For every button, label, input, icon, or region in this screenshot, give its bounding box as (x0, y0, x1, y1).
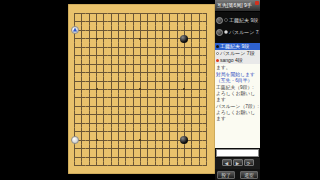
board-cell[interactable] (130, 34, 137, 42)
board-cell[interactable] (78, 77, 85, 85)
board-cell[interactable] (188, 94, 195, 102)
board-cell[interactable] (181, 77, 188, 85)
board-cell[interactable] (144, 111, 151, 119)
board-cell[interactable] (195, 26, 202, 34)
board-cell[interactable] (130, 153, 137, 161)
board-cell[interactable] (78, 85, 85, 93)
board-cell[interactable] (115, 43, 122, 51)
board-cell[interactable] (93, 119, 100, 127)
board-cell[interactable] (86, 26, 93, 34)
board-cell[interactable] (100, 94, 107, 102)
board-cell[interactable] (71, 34, 78, 42)
board-cell[interactable] (144, 77, 151, 85)
board-cell[interactable] (86, 128, 93, 136)
board-cell[interactable] (130, 85, 137, 93)
board-cell[interactable] (122, 9, 129, 17)
board-cell[interactable] (122, 51, 129, 59)
board-cell[interactable] (166, 153, 173, 161)
board-cell[interactable] (188, 119, 195, 127)
board-cell[interactable] (181, 51, 188, 59)
board-cell[interactable] (151, 85, 158, 93)
board-cell[interactable] (151, 60, 158, 68)
board-cell[interactable] (173, 94, 180, 102)
board-cell[interactable] (173, 9, 180, 17)
board-cell[interactable] (93, 68, 100, 76)
board-cell[interactable] (144, 51, 151, 59)
board-cell[interactable] (93, 60, 100, 68)
board-cell[interactable] (188, 162, 195, 170)
board-cell[interactable] (71, 136, 78, 144)
board-cell[interactable] (151, 17, 158, 25)
board-cell[interactable] (108, 60, 115, 68)
board-cell[interactable] (151, 77, 158, 85)
board-cell[interactable] (159, 119, 166, 127)
board-cell[interactable] (78, 51, 85, 59)
board-cell[interactable] (195, 145, 202, 153)
board-cell[interactable] (86, 17, 93, 25)
board-cell[interactable] (130, 26, 137, 34)
board-cell[interactable] (166, 34, 173, 42)
board-cell[interactable] (122, 85, 129, 93)
board-cell[interactable] (181, 94, 188, 102)
board-cell[interactable] (137, 43, 144, 51)
board-cell[interactable] (188, 9, 195, 17)
board-cell[interactable] (122, 136, 129, 144)
board-cell[interactable] (130, 77, 137, 85)
board-cell[interactable] (144, 26, 151, 34)
board-cell[interactable] (181, 34, 188, 42)
board-cell[interactable] (144, 17, 151, 25)
board-cell[interactable] (86, 102, 93, 110)
board-cell[interactable] (108, 26, 115, 34)
board-cell[interactable] (115, 162, 122, 170)
board-cell[interactable] (71, 119, 78, 127)
board-cell[interactable] (71, 102, 78, 110)
board-cell[interactable] (108, 153, 115, 161)
board-cell[interactable] (181, 119, 188, 127)
board-cell[interactable] (181, 26, 188, 34)
board-cell[interactable] (195, 68, 202, 76)
board-cell[interactable] (130, 162, 137, 170)
board-cell[interactable] (130, 94, 137, 102)
board-cell[interactable] (181, 136, 188, 144)
board-cell[interactable] (93, 162, 100, 170)
board-cell[interactable] (188, 51, 195, 59)
board-cell[interactable] (203, 128, 210, 136)
board-cell[interactable] (151, 34, 158, 42)
board-cell[interactable] (181, 145, 188, 153)
board-cell[interactable] (173, 162, 180, 170)
board-cell[interactable] (122, 60, 129, 68)
board-cell[interactable] (78, 153, 85, 161)
board-cell[interactable] (130, 119, 137, 127)
board-cell[interactable] (144, 34, 151, 42)
board-cell[interactable] (115, 128, 122, 136)
board-cell[interactable] (195, 102, 202, 110)
board-cell[interactable] (122, 17, 129, 25)
board-cell[interactable] (71, 17, 78, 25)
board-cell[interactable] (115, 34, 122, 42)
board-cell[interactable] (100, 102, 107, 110)
user-list-item[interactable]: パスルーン 7段 (215, 50, 260, 57)
board-cell[interactable] (86, 9, 93, 17)
board-cell[interactable] (137, 102, 144, 110)
board-cell[interactable] (86, 51, 93, 59)
board-cell[interactable] (86, 60, 93, 68)
board-cell[interactable] (166, 162, 173, 170)
board-cell[interactable] (159, 68, 166, 76)
board-cell[interactable] (115, 85, 122, 93)
board-cell[interactable] (159, 51, 166, 59)
board-cell[interactable] (203, 111, 210, 119)
board-cell[interactable] (203, 85, 210, 93)
board-cell[interactable] (195, 43, 202, 51)
board-cell[interactable] (86, 119, 93, 127)
board-cell[interactable] (78, 17, 85, 25)
board-cell[interactable] (195, 60, 202, 68)
board-cell[interactable] (203, 60, 210, 68)
board-cell[interactable] (130, 111, 137, 119)
board-cell[interactable] (188, 136, 195, 144)
board-cell[interactable] (188, 153, 195, 161)
board-cell[interactable] (195, 85, 202, 93)
board-cell[interactable] (86, 34, 93, 42)
board-cell[interactable] (159, 128, 166, 136)
board-cell[interactable] (108, 43, 115, 51)
board-cell[interactable] (144, 85, 151, 93)
board-cell[interactable] (188, 102, 195, 110)
board-cell[interactable] (137, 77, 144, 85)
board-cell[interactable] (78, 9, 85, 17)
board-cell[interactable] (203, 26, 210, 34)
board-cell[interactable] (122, 119, 129, 127)
board-cell[interactable] (144, 68, 151, 76)
board-cell[interactable] (108, 9, 115, 17)
board-cell[interactable] (93, 26, 100, 34)
board-cell[interactable] (166, 43, 173, 51)
board-cell[interactable] (181, 162, 188, 170)
board-cell[interactable] (181, 153, 188, 161)
board-cell[interactable] (71, 68, 78, 76)
board-cell[interactable] (137, 68, 144, 76)
board-cell[interactable] (115, 9, 122, 17)
board-cell[interactable] (108, 119, 115, 127)
board-cell[interactable] (78, 111, 85, 119)
board-cell[interactable] (122, 102, 129, 110)
board-cell[interactable] (203, 34, 210, 42)
board-cell[interactable] (195, 94, 202, 102)
board-cell[interactable] (173, 128, 180, 136)
board-cell[interactable] (115, 145, 122, 153)
board-cell[interactable] (181, 9, 188, 17)
board-cell[interactable] (195, 111, 202, 119)
board-cell[interactable] (181, 128, 188, 136)
board-cell[interactable] (188, 145, 195, 153)
board-cell[interactable] (159, 102, 166, 110)
board-cell[interactable] (100, 119, 107, 127)
board-cell[interactable] (108, 145, 115, 153)
board-cell[interactable] (195, 128, 202, 136)
board-cell[interactable] (166, 145, 173, 153)
board-cell[interactable] (115, 51, 122, 59)
board-cell[interactable] (86, 145, 93, 153)
board-cell[interactable] (151, 153, 158, 161)
user-list-item[interactable]: sango 4段 (215, 57, 260, 64)
board-cell[interactable] (173, 119, 180, 127)
board-cell[interactable] (93, 94, 100, 102)
board-cell[interactable] (86, 94, 93, 102)
board-cell[interactable] (115, 102, 122, 110)
board-cell[interactable] (151, 102, 158, 110)
board-cell[interactable] (159, 60, 166, 68)
board-cell[interactable] (93, 153, 100, 161)
board-cell[interactable] (130, 17, 137, 25)
board-cell[interactable] (115, 26, 122, 34)
board-cell[interactable] (203, 153, 210, 161)
board-cell[interactable] (86, 136, 93, 144)
board-cell[interactable] (108, 17, 115, 25)
board-cell[interactable] (100, 17, 107, 25)
board-cell[interactable] (195, 119, 202, 127)
board-cell[interactable] (137, 128, 144, 136)
board-cell[interactable] (78, 162, 85, 170)
board-cell[interactable] (93, 102, 100, 110)
board-cell[interactable] (115, 119, 122, 127)
board-cell[interactable] (159, 85, 166, 93)
board-cell[interactable] (115, 94, 122, 102)
board-cell[interactable] (86, 43, 93, 51)
board-cell[interactable] (144, 162, 151, 170)
board-cell[interactable] (86, 162, 93, 170)
board-cell[interactable] (188, 111, 195, 119)
board-cell[interactable] (173, 111, 180, 119)
user-list-item[interactable]: 工藤紀夫 9段 (215, 43, 260, 50)
board-cell[interactable] (173, 85, 180, 93)
board-cell[interactable] (173, 102, 180, 110)
board-cell[interactable] (144, 145, 151, 153)
board-cell[interactable] (122, 128, 129, 136)
board-cell[interactable] (78, 102, 85, 110)
board-cell[interactable] (159, 136, 166, 144)
board-cell[interactable] (108, 111, 115, 119)
board-cell[interactable] (195, 136, 202, 144)
board-cell[interactable] (181, 111, 188, 119)
board-cell[interactable] (159, 111, 166, 119)
board-cell[interactable] (78, 119, 85, 127)
board-cell[interactable] (203, 162, 210, 170)
board-cell[interactable] (100, 43, 107, 51)
board-cell[interactable] (86, 77, 93, 85)
board-cell[interactable] (93, 9, 100, 17)
board-cell[interactable] (78, 60, 85, 68)
board-cell[interactable] (78, 34, 85, 42)
board-cell[interactable] (151, 111, 158, 119)
board-cell[interactable] (173, 77, 180, 85)
board-cell[interactable] (115, 153, 122, 161)
board-cell[interactable] (130, 51, 137, 59)
board-cell[interactable] (115, 136, 122, 144)
board-cell[interactable] (122, 162, 129, 170)
board-cell[interactable] (181, 60, 188, 68)
board-cell[interactable] (93, 111, 100, 119)
board-cell[interactable] (144, 9, 151, 17)
board-cell[interactable] (100, 77, 107, 85)
board-cell[interactable] (93, 145, 100, 153)
board-cell[interactable] (166, 77, 173, 85)
board-cell[interactable] (151, 128, 158, 136)
board-cell[interactable] (86, 85, 93, 93)
board-cell[interactable] (100, 85, 107, 93)
board-cell[interactable] (159, 162, 166, 170)
board-cell[interactable] (78, 136, 85, 144)
board-cell[interactable] (93, 43, 100, 51)
board-cell[interactable] (100, 9, 107, 17)
board-cell[interactable] (188, 43, 195, 51)
board-cell[interactable] (137, 9, 144, 17)
tool-button-0[interactable]: ◀ (222, 159, 232, 166)
board-cell[interactable] (71, 153, 78, 161)
board-cell[interactable] (144, 128, 151, 136)
board-cell[interactable] (93, 51, 100, 59)
board-cell[interactable] (86, 111, 93, 119)
chat-input[interactable] (216, 149, 259, 157)
board-cell[interactable] (108, 85, 115, 93)
board-cell[interactable] (203, 94, 210, 102)
board-cell[interactable] (115, 60, 122, 68)
board-cell[interactable] (151, 94, 158, 102)
board-cell[interactable] (78, 128, 85, 136)
board-cell[interactable] (86, 153, 93, 161)
board-cell[interactable] (159, 145, 166, 153)
board-cell[interactable] (137, 153, 144, 161)
board-cell[interactable] (151, 43, 158, 51)
board-cell[interactable] (166, 128, 173, 136)
board-cell[interactable] (159, 153, 166, 161)
board-cell[interactable] (188, 34, 195, 42)
board-cell[interactable] (122, 94, 129, 102)
board-cell[interactable] (203, 102, 210, 110)
board-cell[interactable] (144, 136, 151, 144)
board-cell[interactable] (188, 68, 195, 76)
board-cell[interactable] (137, 94, 144, 102)
board-cell[interactable] (144, 60, 151, 68)
board-cell[interactable] (151, 119, 158, 127)
board-cell[interactable] (188, 77, 195, 85)
board-cell[interactable] (71, 85, 78, 93)
board-cell[interactable] (100, 136, 107, 144)
board-cell[interactable] (108, 162, 115, 170)
board-cell[interactable] (181, 85, 188, 93)
board-cell[interactable] (71, 51, 78, 59)
board-cell[interactable] (144, 94, 151, 102)
board-cell[interactable] (137, 60, 144, 68)
board-cell[interactable] (137, 34, 144, 42)
board-cell[interactable] (195, 153, 202, 161)
board-cell[interactable] (137, 136, 144, 144)
action-button-1[interactable]: 退室 (240, 171, 258, 179)
board-cell[interactable] (93, 85, 100, 93)
board-cell[interactable] (137, 111, 144, 119)
board-cell[interactable] (71, 26, 78, 34)
board-cell[interactable] (166, 136, 173, 144)
board-cell[interactable] (100, 145, 107, 153)
board-cell[interactable] (203, 51, 210, 59)
board-cell[interactable] (188, 26, 195, 34)
board-cell[interactable] (71, 162, 78, 170)
board-cell[interactable] (86, 68, 93, 76)
board-cell[interactable] (144, 43, 151, 51)
board-cell[interactable] (203, 145, 210, 153)
board-cell[interactable] (130, 128, 137, 136)
board-cell[interactable] (173, 17, 180, 25)
board-cell[interactable] (166, 102, 173, 110)
board-cell[interactable] (173, 43, 180, 51)
board-cell[interactable] (122, 77, 129, 85)
board-cell[interactable] (173, 26, 180, 34)
board-cell[interactable] (93, 34, 100, 42)
board-cell[interactable] (166, 68, 173, 76)
board-cell[interactable] (115, 68, 122, 76)
board-cell[interactable] (151, 145, 158, 153)
board-cell[interactable] (130, 43, 137, 51)
board-cell[interactable] (100, 162, 107, 170)
board-cell[interactable] (108, 136, 115, 144)
board-cell[interactable] (203, 43, 210, 51)
board-cell[interactable] (151, 162, 158, 170)
board-cell[interactable] (122, 43, 129, 51)
board-cell[interactable] (100, 128, 107, 136)
board-cell[interactable] (173, 60, 180, 68)
board-cell[interactable] (166, 94, 173, 102)
board-cell[interactable] (115, 17, 122, 25)
board-cell[interactable] (137, 51, 144, 59)
board-cell[interactable] (195, 17, 202, 25)
board-cell[interactable] (122, 111, 129, 119)
board-cell[interactable] (122, 68, 129, 76)
board-cell[interactable] (71, 9, 78, 17)
board-cell[interactable] (188, 128, 195, 136)
board-cell[interactable] (195, 162, 202, 170)
board-cell[interactable] (93, 128, 100, 136)
board-cell[interactable] (137, 162, 144, 170)
board-cell[interactable] (166, 17, 173, 25)
board-cell[interactable] (137, 145, 144, 153)
board-cell[interactable] (195, 51, 202, 59)
board-cell[interactable] (137, 26, 144, 34)
board-cell[interactable] (93, 77, 100, 85)
board-cell[interactable] (181, 43, 188, 51)
board-cell[interactable] (159, 34, 166, 42)
board-cell[interactable] (203, 68, 210, 76)
board-cell[interactable] (166, 85, 173, 93)
board-cell[interactable] (137, 119, 144, 127)
board-cell[interactable] (195, 34, 202, 42)
board-cell[interactable] (159, 43, 166, 51)
board-cell[interactable] (159, 94, 166, 102)
board-cell[interactable] (188, 60, 195, 68)
board-cell[interactable] (71, 60, 78, 68)
board-cell[interactable] (173, 51, 180, 59)
board-cell[interactable] (130, 136, 137, 144)
board-cell[interactable] (188, 17, 195, 25)
board-cell[interactable] (166, 60, 173, 68)
board-cell[interactable] (100, 153, 107, 161)
board-cell[interactable] (108, 102, 115, 110)
board-cell[interactable] (159, 17, 166, 25)
board-cell[interactable] (71, 94, 78, 102)
board-cell[interactable] (173, 68, 180, 76)
board-cell[interactable] (108, 34, 115, 42)
